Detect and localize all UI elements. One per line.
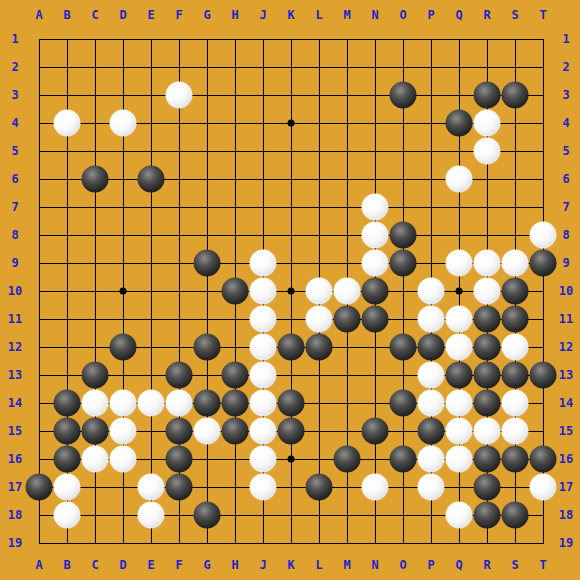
white-stone-C14 bbox=[82, 390, 109, 417]
grid-line-horizontal bbox=[39, 487, 544, 488]
black-stone-O12 bbox=[390, 334, 417, 361]
black-stone-M11 bbox=[334, 306, 361, 333]
col-label-top-J: J bbox=[249, 8, 277, 22]
black-stone-C13 bbox=[82, 362, 109, 389]
col-label-bottom-F: F bbox=[165, 558, 193, 572]
white-stone-L11 bbox=[306, 306, 333, 333]
black-stone-N11 bbox=[362, 306, 389, 333]
white-stone-Q16 bbox=[446, 446, 473, 473]
white-stone-J16 bbox=[250, 446, 277, 473]
col-label-top-R: R bbox=[473, 8, 501, 22]
white-stone-R10 bbox=[474, 278, 501, 305]
white-stone-T8 bbox=[530, 222, 557, 249]
black-stone-R16 bbox=[474, 446, 501, 473]
col-label-top-Q: Q bbox=[445, 8, 473, 22]
white-stone-F3 bbox=[166, 82, 193, 109]
col-label-bottom-E: E bbox=[137, 558, 165, 572]
black-stone-G9 bbox=[194, 250, 221, 277]
black-stone-O8 bbox=[390, 222, 417, 249]
white-stone-M10 bbox=[334, 278, 361, 305]
star-point-D10 bbox=[120, 288, 127, 295]
black-stone-D12 bbox=[110, 334, 137, 361]
black-stone-S11 bbox=[502, 306, 529, 333]
black-stone-K15 bbox=[278, 418, 305, 445]
black-stone-F16 bbox=[166, 446, 193, 473]
black-stone-R12 bbox=[474, 334, 501, 361]
black-stone-B14 bbox=[54, 390, 81, 417]
row-label-right-11: 11 bbox=[552, 312, 580, 326]
col-label-top-N: N bbox=[361, 8, 389, 22]
black-stone-R18 bbox=[474, 502, 501, 529]
col-label-bottom-H: H bbox=[221, 558, 249, 572]
black-stone-Q13 bbox=[446, 362, 473, 389]
star-point-K10 bbox=[288, 288, 295, 295]
row-label-left-9: 9 bbox=[1, 256, 29, 270]
black-stone-F13 bbox=[166, 362, 193, 389]
white-stone-J17 bbox=[250, 474, 277, 501]
page-root: ABCDEFGHJKLMNOPQRST ABCDEFGHJKLMNOPQRST … bbox=[0, 0, 580, 580]
row-label-left-12: 12 bbox=[1, 340, 29, 354]
black-stone-L17 bbox=[306, 474, 333, 501]
row-label-left-7: 7 bbox=[1, 200, 29, 214]
black-stone-P12 bbox=[418, 334, 445, 361]
black-stone-L12 bbox=[306, 334, 333, 361]
row-label-left-14: 14 bbox=[1, 396, 29, 410]
black-stone-F15 bbox=[166, 418, 193, 445]
white-stone-P16 bbox=[418, 446, 445, 473]
white-stone-E18 bbox=[138, 502, 165, 529]
black-stone-R14 bbox=[474, 390, 501, 417]
black-stone-H14 bbox=[222, 390, 249, 417]
white-stone-N9 bbox=[362, 250, 389, 277]
row-label-right-12: 12 bbox=[552, 340, 580, 354]
black-stone-R3 bbox=[474, 82, 501, 109]
white-stone-T17 bbox=[530, 474, 557, 501]
black-stone-H15 bbox=[222, 418, 249, 445]
row-label-left-10: 10 bbox=[1, 284, 29, 298]
grid-line-horizontal bbox=[39, 543, 544, 544]
white-stone-P17 bbox=[418, 474, 445, 501]
black-stone-Q4 bbox=[446, 110, 473, 137]
black-stone-B15 bbox=[54, 418, 81, 445]
white-stone-N8 bbox=[362, 222, 389, 249]
black-stone-G14 bbox=[194, 390, 221, 417]
white-stone-Q15 bbox=[446, 418, 473, 445]
col-label-top-L: L bbox=[305, 8, 333, 22]
col-label-top-S: S bbox=[501, 8, 529, 22]
col-label-top-O: O bbox=[389, 8, 417, 22]
white-stone-S12 bbox=[502, 334, 529, 361]
row-label-right-6: 6 bbox=[552, 172, 580, 186]
black-stone-T9 bbox=[530, 250, 557, 277]
col-label-bottom-B: B bbox=[53, 558, 81, 572]
col-label-bottom-M: M bbox=[333, 558, 361, 572]
col-label-bottom-R: R bbox=[473, 558, 501, 572]
col-label-top-M: M bbox=[333, 8, 361, 22]
col-label-top-D: D bbox=[109, 8, 137, 22]
white-stone-L10 bbox=[306, 278, 333, 305]
white-stone-J12 bbox=[250, 334, 277, 361]
white-stone-Q18 bbox=[446, 502, 473, 529]
black-stone-M16 bbox=[334, 446, 361, 473]
row-label-left-2: 2 bbox=[1, 60, 29, 74]
black-stone-H10 bbox=[222, 278, 249, 305]
white-stone-R9 bbox=[474, 250, 501, 277]
col-label-top-F: F bbox=[165, 8, 193, 22]
star-point-Q10 bbox=[456, 288, 463, 295]
white-stone-J11 bbox=[250, 306, 277, 333]
row-label-left-8: 8 bbox=[1, 228, 29, 242]
star-point-K4 bbox=[288, 120, 295, 127]
col-label-top-B: B bbox=[53, 8, 81, 22]
col-label-bottom-K: K bbox=[277, 558, 305, 572]
col-label-bottom-T: T bbox=[529, 558, 557, 572]
col-label-top-K: K bbox=[277, 8, 305, 22]
row-label-left-15: 15 bbox=[1, 424, 29, 438]
white-stone-Q11 bbox=[446, 306, 473, 333]
black-stone-P15 bbox=[418, 418, 445, 445]
row-label-left-11: 11 bbox=[1, 312, 29, 326]
white-stone-P13 bbox=[418, 362, 445, 389]
black-stone-O14 bbox=[390, 390, 417, 417]
black-stone-T16 bbox=[530, 446, 557, 473]
row-label-left-13: 13 bbox=[1, 368, 29, 382]
black-stone-O3 bbox=[390, 82, 417, 109]
black-stone-O9 bbox=[390, 250, 417, 277]
black-stone-G12 bbox=[194, 334, 221, 361]
white-stone-J14 bbox=[250, 390, 277, 417]
black-stone-R11 bbox=[474, 306, 501, 333]
black-stone-R13 bbox=[474, 362, 501, 389]
row-label-right-14: 14 bbox=[552, 396, 580, 410]
row-label-left-5: 5 bbox=[1, 144, 29, 158]
row-label-right-10: 10 bbox=[552, 284, 580, 298]
row-label-left-4: 4 bbox=[1, 116, 29, 130]
white-stone-N17 bbox=[362, 474, 389, 501]
col-label-bottom-P: P bbox=[417, 558, 445, 572]
row-label-left-19: 19 bbox=[1, 536, 29, 550]
white-stone-E17 bbox=[138, 474, 165, 501]
black-stone-C6 bbox=[82, 166, 109, 193]
row-label-left-3: 3 bbox=[1, 88, 29, 102]
black-stone-A17 bbox=[26, 474, 53, 501]
col-label-bottom-S: S bbox=[501, 558, 529, 572]
white-stone-J13 bbox=[250, 362, 277, 389]
black-stone-G18 bbox=[194, 502, 221, 529]
col-label-bottom-C: C bbox=[81, 558, 109, 572]
white-stone-S14 bbox=[502, 390, 529, 417]
black-stone-C15 bbox=[82, 418, 109, 445]
white-stone-G15 bbox=[194, 418, 221, 445]
white-stone-S15 bbox=[502, 418, 529, 445]
white-stone-R5 bbox=[474, 138, 501, 165]
col-label-top-G: G bbox=[193, 8, 221, 22]
white-stone-F14 bbox=[166, 390, 193, 417]
black-stone-K14 bbox=[278, 390, 305, 417]
col-label-bottom-L: L bbox=[305, 558, 333, 572]
row-label-right-4: 4 bbox=[552, 116, 580, 130]
col-label-top-H: H bbox=[221, 8, 249, 22]
white-stone-D4 bbox=[110, 110, 137, 137]
white-stone-B17 bbox=[54, 474, 81, 501]
white-stone-R4 bbox=[474, 110, 501, 137]
col-label-bottom-O: O bbox=[389, 558, 417, 572]
black-stone-S16 bbox=[502, 446, 529, 473]
black-stone-S13 bbox=[502, 362, 529, 389]
black-stone-S10 bbox=[502, 278, 529, 305]
white-stone-P10 bbox=[418, 278, 445, 305]
row-label-right-1: 1 bbox=[552, 32, 580, 46]
col-label-bottom-N: N bbox=[361, 558, 389, 572]
row-label-right-18: 18 bbox=[552, 508, 580, 522]
white-stone-B4 bbox=[54, 110, 81, 137]
col-label-bottom-D: D bbox=[109, 558, 137, 572]
white-stone-C16 bbox=[82, 446, 109, 473]
row-label-left-6: 6 bbox=[1, 172, 29, 186]
black-stone-F17 bbox=[166, 474, 193, 501]
row-label-right-2: 2 bbox=[552, 60, 580, 74]
white-stone-Q6 bbox=[446, 166, 473, 193]
black-stone-B16 bbox=[54, 446, 81, 473]
row-label-right-5: 5 bbox=[552, 144, 580, 158]
black-stone-R17 bbox=[474, 474, 501, 501]
white-stone-S9 bbox=[502, 250, 529, 277]
col-label-bottom-J: J bbox=[249, 558, 277, 572]
white-stone-R15 bbox=[474, 418, 501, 445]
white-stone-P11 bbox=[418, 306, 445, 333]
row-label-right-7: 7 bbox=[552, 200, 580, 214]
black-stone-H13 bbox=[222, 362, 249, 389]
star-point-K16 bbox=[288, 456, 295, 463]
black-stone-N10 bbox=[362, 278, 389, 305]
black-stone-K12 bbox=[278, 334, 305, 361]
col-label-top-C: C bbox=[81, 8, 109, 22]
black-stone-S18 bbox=[502, 502, 529, 529]
col-label-bottom-G: G bbox=[193, 558, 221, 572]
col-label-top-P: P bbox=[417, 8, 445, 22]
col-label-bottom-Q: Q bbox=[445, 558, 473, 572]
black-stone-S3 bbox=[502, 82, 529, 109]
row-label-left-16: 16 bbox=[1, 452, 29, 466]
col-label-bottom-A: A bbox=[25, 558, 53, 572]
white-stone-J10 bbox=[250, 278, 277, 305]
black-stone-E6 bbox=[138, 166, 165, 193]
row-label-right-15: 15 bbox=[552, 424, 580, 438]
go-board[interactable]: ABCDEFGHJKLMNOPQRST ABCDEFGHJKLMNOPQRST … bbox=[0, 0, 580, 580]
white-stone-N7 bbox=[362, 194, 389, 221]
white-stone-D15 bbox=[110, 418, 137, 445]
col-label-top-E: E bbox=[137, 8, 165, 22]
white-stone-E14 bbox=[138, 390, 165, 417]
col-label-top-A: A bbox=[25, 8, 53, 22]
white-stone-Q9 bbox=[446, 250, 473, 277]
white-stone-B18 bbox=[54, 502, 81, 529]
white-stone-D14 bbox=[110, 390, 137, 417]
white-stone-J15 bbox=[250, 418, 277, 445]
row-label-right-3: 3 bbox=[552, 88, 580, 102]
col-label-top-T: T bbox=[529, 8, 557, 22]
black-stone-T13 bbox=[530, 362, 557, 389]
row-label-left-1: 1 bbox=[1, 32, 29, 46]
white-stone-P14 bbox=[418, 390, 445, 417]
row-label-left-18: 18 bbox=[1, 508, 29, 522]
row-label-right-19: 19 bbox=[552, 536, 580, 550]
white-stone-D16 bbox=[110, 446, 137, 473]
black-stone-O16 bbox=[390, 446, 417, 473]
black-stone-N15 bbox=[362, 418, 389, 445]
white-stone-Q12 bbox=[446, 334, 473, 361]
white-stone-J9 bbox=[250, 250, 277, 277]
white-stone-Q14 bbox=[446, 390, 473, 417]
